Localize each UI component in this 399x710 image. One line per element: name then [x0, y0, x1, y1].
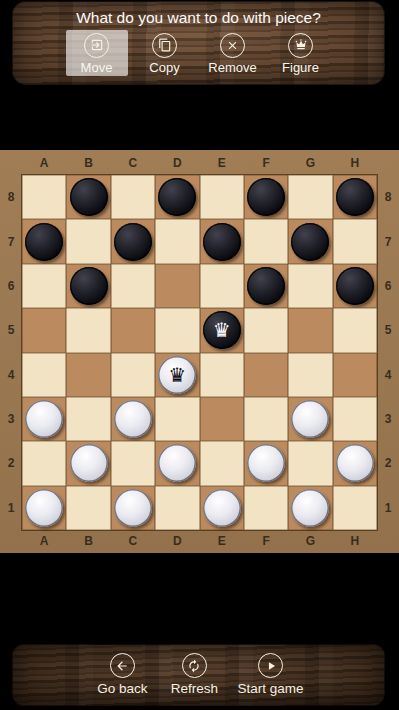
square-b3[interactable]	[66, 397, 110, 441]
white-man-piece[interactable]	[25, 489, 63, 527]
white-man-piece[interactable]	[247, 444, 285, 482]
square-g4[interactable]	[288, 353, 332, 397]
square-h4[interactable]	[333, 353, 377, 397]
square-e6[interactable]	[200, 264, 244, 308]
column-labels-top: ABCDEFGH	[22, 150, 377, 175]
white-man-piece[interactable]	[291, 489, 329, 527]
col-label-a: A	[22, 150, 66, 175]
row-label-2: 2	[0, 441, 22, 485]
square-a8[interactable]	[22, 175, 66, 219]
square-h2[interactable]	[333, 441, 377, 485]
white-man-piece[interactable]	[114, 400, 152, 438]
square-g8[interactable]	[288, 175, 332, 219]
col-label-f: F	[244, 530, 288, 553]
white-man-piece[interactable]	[336, 444, 374, 482]
start-game-button[interactable]: Start game	[237, 653, 303, 696]
action-dialog: What do you want to do with piece? Move …	[12, 1, 385, 85]
dialog-title: What do you want to do with piece?	[13, 9, 384, 27]
col-label-d: D	[155, 150, 199, 175]
row-label-3: 3	[377, 397, 399, 441]
white-man-piece[interactable]	[203, 489, 241, 527]
figure-button[interactable]: Figure	[270, 30, 332, 76]
figure-button-label: Figure	[282, 61, 319, 74]
col-label-d: D	[155, 530, 199, 553]
square-e1[interactable]	[200, 486, 244, 530]
square-h6[interactable]	[333, 264, 377, 308]
square-h1[interactable]	[333, 486, 377, 530]
square-b2[interactable]	[66, 441, 110, 485]
col-label-e: E	[200, 530, 244, 553]
square-h7[interactable]	[333, 219, 377, 263]
col-label-g: G	[288, 530, 332, 553]
square-d2[interactable]	[155, 441, 199, 485]
square-f2[interactable]	[244, 441, 288, 485]
square-d1[interactable]	[155, 486, 199, 530]
square-e4[interactable]	[200, 353, 244, 397]
square-a2[interactable]	[22, 441, 66, 485]
col-label-h: H	[333, 530, 377, 553]
square-f8[interactable]	[244, 175, 288, 219]
square-f4[interactable]	[244, 353, 288, 397]
remove-button-label: Remove	[208, 61, 256, 74]
row-label-8: 8	[377, 175, 399, 219]
white-man-piece[interactable]	[25, 400, 63, 438]
square-a6[interactable]	[22, 264, 66, 308]
black-man-piece[interactable]	[247, 267, 285, 305]
square-h8[interactable]	[333, 175, 377, 219]
square-e7[interactable]	[200, 219, 244, 263]
square-c1[interactable]	[111, 486, 155, 530]
move-icon	[84, 33, 109, 58]
square-d6[interactable]	[155, 264, 199, 308]
square-b7[interactable]	[66, 219, 110, 263]
col-label-g: G	[288, 150, 332, 175]
action-buttons-row: Move Copy Remove	[13, 30, 384, 76]
square-f1[interactable]	[244, 486, 288, 530]
refresh-icon	[182, 653, 207, 678]
square-c7[interactable]	[111, 219, 155, 263]
black-man-piece[interactable]	[70, 178, 108, 216]
square-c8[interactable]	[111, 175, 155, 219]
square-h3[interactable]	[333, 397, 377, 441]
row-label-7: 7	[377, 219, 399, 263]
black-man-piece[interactable]	[25, 223, 63, 261]
copy-button-label: Copy	[149, 61, 179, 74]
black-man-piece[interactable]	[114, 223, 152, 261]
square-c3[interactable]	[111, 397, 155, 441]
play-icon	[258, 653, 283, 678]
col-label-c: C	[111, 150, 155, 175]
black-man-piece[interactable]	[336, 267, 374, 305]
square-b5[interactable]	[66, 308, 110, 352]
start-game-label: Start game	[237, 682, 303, 696]
square-e8[interactable]	[200, 175, 244, 219]
row-label-1: 1	[0, 486, 22, 530]
row-label-2: 2	[377, 441, 399, 485]
row-labels-right: 87654321	[377, 175, 399, 530]
white-man-piece[interactable]	[114, 489, 152, 527]
move-button-label: Move	[81, 61, 113, 74]
square-g1[interactable]	[288, 486, 332, 530]
square-a4[interactable]	[22, 353, 66, 397]
remove-icon	[220, 33, 245, 58]
square-c2[interactable]	[111, 441, 155, 485]
col-label-b: B	[66, 530, 110, 553]
row-label-5: 5	[377, 308, 399, 352]
square-d7[interactable]	[155, 219, 199, 263]
square-e2[interactable]	[200, 441, 244, 485]
white-king-piece[interactable]: ♛	[158, 356, 196, 394]
square-d8[interactable]	[155, 175, 199, 219]
row-label-6: 6	[0, 264, 22, 308]
row-label-5: 5	[0, 308, 22, 352]
black-man-piece[interactable]	[247, 178, 285, 216]
white-man-piece[interactable]	[158, 444, 196, 482]
square-c6[interactable]	[111, 264, 155, 308]
square-g2[interactable]	[288, 441, 332, 485]
row-labels-left: 87654321	[0, 175, 22, 530]
row-label-8: 8	[0, 175, 22, 219]
board-grid: ♛♛	[22, 175, 377, 530]
game-board: ABCDEFGH ABCDEFGH 87654321 87654321 ♛♛	[0, 150, 399, 553]
row-label-7: 7	[0, 219, 22, 263]
black-man-piece[interactable]	[291, 223, 329, 261]
col-label-b: B	[66, 150, 110, 175]
square-e5[interactable]: ♛	[200, 308, 244, 352]
square-e3[interactable]	[200, 397, 244, 441]
square-h5[interactable]	[333, 308, 377, 352]
black-man-piece[interactable]	[70, 267, 108, 305]
square-g6[interactable]	[288, 264, 332, 308]
square-f6[interactable]	[244, 264, 288, 308]
remove-button[interactable]: Remove	[202, 30, 264, 76]
col-label-e: E	[200, 150, 244, 175]
square-b8[interactable]	[66, 175, 110, 219]
refresh-label: Refresh	[171, 682, 218, 696]
square-d4[interactable]: ♛	[155, 353, 199, 397]
go-back-label: Go back	[97, 682, 147, 696]
black-man-piece[interactable]	[158, 178, 196, 216]
col-label-h: H	[333, 150, 377, 175]
row-label-3: 3	[0, 397, 22, 441]
square-a7[interactable]	[22, 219, 66, 263]
black-man-piece[interactable]	[336, 178, 374, 216]
copy-icon	[152, 33, 177, 58]
square-d5[interactable]	[155, 308, 199, 352]
back-icon	[110, 653, 135, 678]
col-label-a: A	[22, 530, 66, 553]
row-label-1: 1	[377, 486, 399, 530]
square-g5[interactable]	[288, 308, 332, 352]
go-back-button[interactable]: Go back	[93, 653, 151, 696]
column-labels-bottom: ABCDEFGH	[22, 530, 377, 553]
white-man-piece[interactable]	[70, 444, 108, 482]
square-g3[interactable]	[288, 397, 332, 441]
row-label-4: 4	[0, 353, 22, 397]
square-f5[interactable]	[244, 308, 288, 352]
bottom-toolbar: Go back Refresh Start game	[12, 644, 385, 706]
move-button[interactable]: Move	[66, 30, 128, 76]
square-g7[interactable]	[288, 219, 332, 263]
row-label-6: 6	[377, 264, 399, 308]
col-label-c: C	[111, 530, 155, 553]
square-b1[interactable]	[66, 486, 110, 530]
app-background: What do you want to do with piece? Move …	[0, 0, 399, 710]
refresh-button[interactable]: Refresh	[165, 653, 223, 696]
square-f3[interactable]	[244, 397, 288, 441]
square-b4[interactable]	[66, 353, 110, 397]
square-c4[interactable]	[111, 353, 155, 397]
copy-button[interactable]: Copy	[134, 30, 196, 76]
square-f7[interactable]	[244, 219, 288, 263]
white-man-piece[interactable]	[291, 400, 329, 438]
square-d3[interactable]	[155, 397, 199, 441]
square-b6[interactable]	[66, 264, 110, 308]
black-king-piece[interactable]: ♛	[203, 311, 241, 349]
black-man-piece[interactable]	[203, 223, 241, 261]
square-a1[interactable]	[22, 486, 66, 530]
square-a5[interactable]	[22, 308, 66, 352]
square-a3[interactable]	[22, 397, 66, 441]
figure-crown-icon	[288, 33, 313, 58]
king-crown-icon: ♛	[168, 365, 186, 385]
king-crown-icon: ♛	[213, 320, 231, 340]
square-c5[interactable]	[111, 308, 155, 352]
row-label-4: 4	[377, 353, 399, 397]
col-label-f: F	[244, 150, 288, 175]
